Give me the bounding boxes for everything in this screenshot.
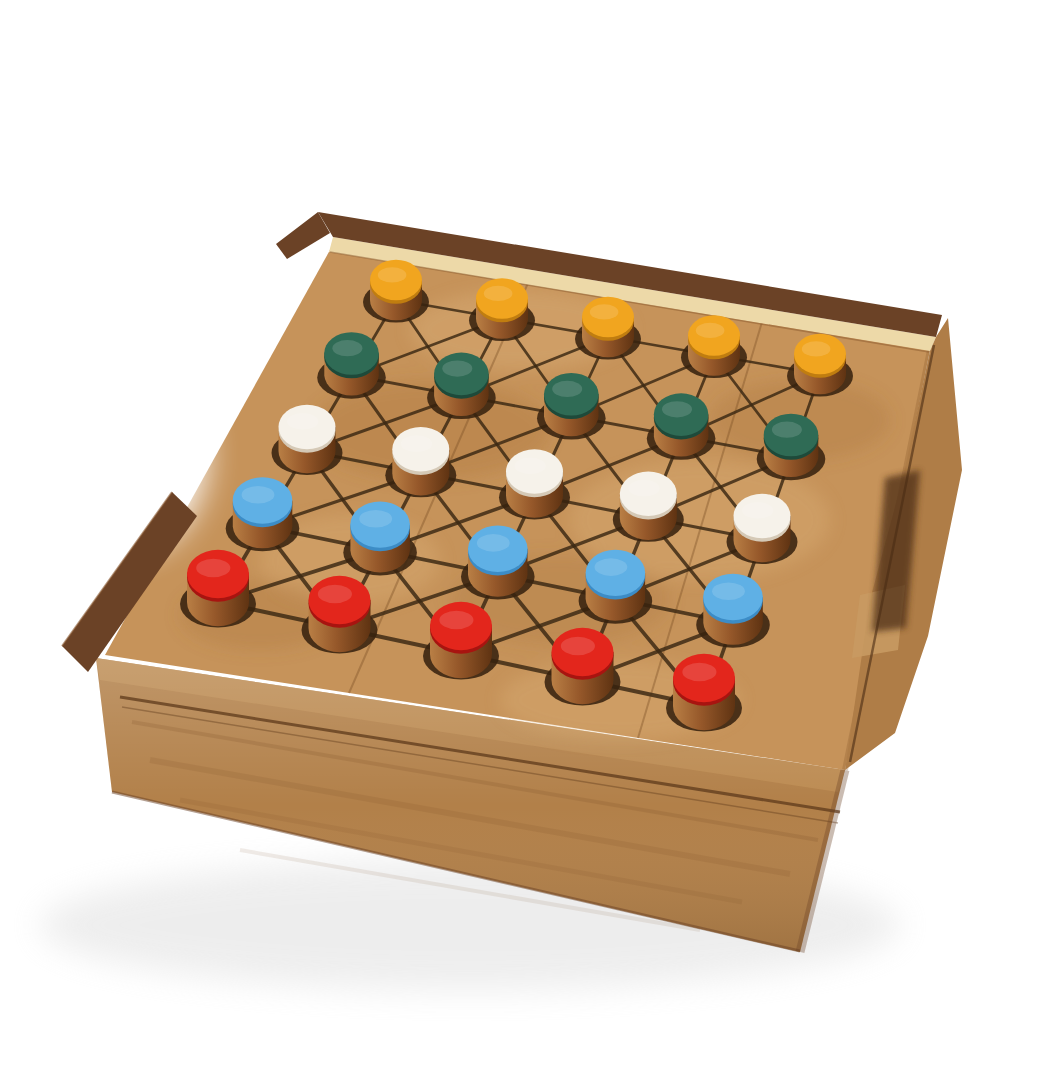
peg-cap-sheen: [802, 341, 831, 356]
box-back-left-corner: [276, 212, 330, 259]
peg-red-r5c3[interactable]: [430, 602, 492, 678]
peg-blue-r4c2[interactable]: [350, 501, 410, 572]
peg-cap-sheen: [242, 486, 275, 504]
peg-green-r2c1[interactable]: [324, 332, 379, 395]
peg-cap-sheen: [561, 637, 595, 655]
peg-cap-sheen: [442, 361, 472, 377]
peg-white-r3c5[interactable]: [734, 494, 791, 562]
peg-cap-sheen: [477, 534, 510, 552]
peg-green-r2c5[interactable]: [764, 414, 819, 477]
peg-white-r3c4[interactable]: [620, 472, 677, 540]
peg-red-r5c2[interactable]: [309, 576, 371, 652]
peg-cap-sheen: [439, 611, 473, 629]
peg-cap-sheen: [359, 510, 392, 528]
peg-green-r2c3[interactable]: [544, 373, 599, 436]
peg-green-r2c4[interactable]: [654, 393, 709, 456]
peg-cap-sheen: [662, 401, 692, 417]
peg-white-r3c2[interactable]: [392, 427, 449, 495]
peg-red-r5c4[interactable]: [552, 628, 614, 704]
peg-orange-r1c1[interactable]: [370, 260, 422, 321]
peg-cap-sheen: [712, 582, 745, 600]
peg-orange-r1c2[interactable]: [476, 278, 528, 339]
peg-orange-r1c4[interactable]: [688, 315, 740, 376]
peg-blue-r4c4[interactable]: [586, 550, 646, 621]
peg-cap-sheen: [378, 267, 407, 282]
peg-orange-r1c5[interactable]: [794, 334, 846, 395]
peg-red-r5c1[interactable]: [187, 550, 249, 626]
peg-cap-sheen: [196, 559, 230, 577]
peg-cap-sheen: [696, 323, 725, 338]
peg-green-r2c2[interactable]: [434, 353, 489, 416]
peg-orange-r1c3[interactable]: [582, 297, 634, 358]
peg-cap-sheen: [595, 558, 628, 576]
peg-cap-sheen: [590, 304, 619, 319]
peg-cap-sheen: [682, 663, 716, 681]
peg-white-r3c3[interactable]: [506, 449, 563, 517]
photo-of-wooden-peg-game: [0, 0, 1044, 1073]
peg-cap-sheen: [628, 480, 659, 497]
peg-cap-sheen: [401, 435, 432, 452]
peg-red-r5c5[interactable]: [673, 654, 735, 730]
peg-cap-sheen: [287, 413, 318, 430]
peg-cap-sheen: [484, 286, 513, 301]
game-board-svg: [0, 0, 1044, 1073]
peg-cap-sheen: [772, 422, 802, 438]
peg-blue-r4c5[interactable]: [703, 574, 763, 645]
peg-cap-sheen: [332, 340, 362, 356]
peg-blue-r4c3[interactable]: [468, 526, 528, 597]
peg-white-r3c1[interactable]: [279, 405, 336, 473]
peg-cap-sheen: [318, 585, 352, 603]
peg-cap-sheen: [515, 458, 546, 475]
peg-cap-sheen: [742, 502, 773, 519]
peg-cap-sheen: [552, 381, 582, 397]
peg-blue-r4c1[interactable]: [233, 477, 293, 548]
